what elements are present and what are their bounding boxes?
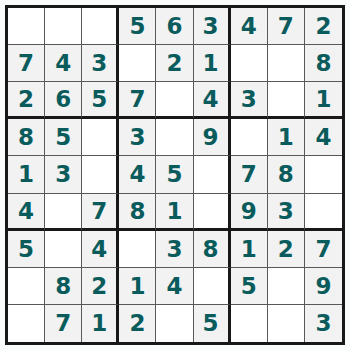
cell-r7c8[interactable]: 2 [268,231,305,268]
cell-r8c7[interactable]: 5 [231,268,268,305]
cell-r7c7[interactable]: 1 [231,231,268,268]
cell-r5c6[interactable] [194,156,231,193]
cell-r1c9[interactable]: 2 [305,8,342,45]
cell-r8c4[interactable]: 1 [119,268,156,305]
cell-r6c6[interactable] [194,194,231,231]
cell-r2c1[interactable]: 7 [8,45,45,82]
cell-r5c3[interactable] [82,156,119,193]
cell-r6c2[interactable] [45,194,82,231]
cell-r4c2[interactable]: 5 [45,119,82,156]
cell-r6c1[interactable]: 4 [8,194,45,231]
cell-r6c9[interactable] [305,194,342,231]
cell-r7c3[interactable]: 4 [82,231,119,268]
cell-r3c2[interactable]: 6 [45,82,82,119]
cell-r1c7[interactable]: 4 [231,8,268,45]
cell-r5c2[interactable]: 3 [45,156,82,193]
cell-r9c2[interactable]: 7 [45,305,82,342]
cell-r2c2[interactable]: 4 [45,45,82,82]
cell-r2c4[interactable] [119,45,156,82]
cell-r4c3[interactable] [82,119,119,156]
cell-r1c1[interactable] [8,8,45,45]
cell-r9c8[interactable] [268,305,305,342]
cell-r8c6[interactable] [194,268,231,305]
cell-r3c8[interactable] [268,82,305,119]
cell-r9c3[interactable]: 1 [82,305,119,342]
cell-r5c7[interactable]: 7 [231,156,268,193]
cell-r9c1[interactable] [8,305,45,342]
cell-r7c1[interactable]: 5 [8,231,45,268]
cell-r3c3[interactable]: 5 [82,82,119,119]
cell-r2c3[interactable]: 3 [82,45,119,82]
cell-r2c6[interactable]: 1 [194,45,231,82]
cell-r4c6[interactable]: 9 [194,119,231,156]
cell-r6c4[interactable]: 8 [119,194,156,231]
cell-r5c5[interactable]: 5 [156,156,193,193]
cell-r1c4[interactable]: 5 [119,8,156,45]
cell-r7c5[interactable]: 3 [156,231,193,268]
cell-r5c4[interactable]: 4 [119,156,156,193]
cell-r9c5[interactable] [156,305,193,342]
cell-r6c3[interactable]: 7 [82,194,119,231]
cell-r2c5[interactable]: 2 [156,45,193,82]
cell-r7c9[interactable]: 7 [305,231,342,268]
cell-r5c1[interactable]: 1 [8,156,45,193]
cell-r4c8[interactable]: 1 [268,119,305,156]
cell-r5c8[interactable]: 8 [268,156,305,193]
cell-r2c7[interactable] [231,45,268,82]
cell-r3c1[interactable]: 2 [8,82,45,119]
cell-r9c6[interactable]: 5 [194,305,231,342]
sudoku-page: 5634727432182657431853914134578478193543… [0,0,350,350]
cell-r8c8[interactable] [268,268,305,305]
cell-r6c8[interactable]: 3 [268,194,305,231]
cell-r7c6[interactable]: 8 [194,231,231,268]
cell-r5c9[interactable] [305,156,342,193]
cell-r8c9[interactable]: 9 [305,268,342,305]
cell-r1c2[interactable] [45,8,82,45]
cell-r8c2[interactable]: 8 [45,268,82,305]
cell-r1c3[interactable] [82,8,119,45]
cell-r1c5[interactable]: 6 [156,8,193,45]
cell-r1c8[interactable]: 7 [268,8,305,45]
cell-r4c4[interactable]: 3 [119,119,156,156]
cell-r8c3[interactable]: 2 [82,268,119,305]
cell-r6c5[interactable]: 1 [156,194,193,231]
cell-r3c6[interactable]: 4 [194,82,231,119]
cell-r6c7[interactable]: 9 [231,194,268,231]
cell-r3c7[interactable]: 3 [231,82,268,119]
cell-r8c1[interactable] [8,268,45,305]
cell-r7c4[interactable] [119,231,156,268]
cell-r4c7[interactable] [231,119,268,156]
cell-r8c5[interactable]: 4 [156,268,193,305]
cell-r9c4[interactable]: 2 [119,305,156,342]
cell-r3c5[interactable] [156,82,193,119]
cell-r2c8[interactable] [268,45,305,82]
cell-r1c6[interactable]: 3 [194,8,231,45]
cell-r9c7[interactable] [231,305,268,342]
cell-r3c4[interactable]: 7 [119,82,156,119]
cell-r4c9[interactable]: 4 [305,119,342,156]
cell-r7c2[interactable] [45,231,82,268]
cell-r9c9[interactable]: 3 [305,305,342,342]
cell-r4c1[interactable]: 8 [8,119,45,156]
sudoku-board: 5634727432182657431853914134578478193543… [5,5,345,345]
cell-r3c9[interactable]: 1 [305,82,342,119]
cell-r2c9[interactable]: 8 [305,45,342,82]
cell-r4c5[interactable] [156,119,193,156]
